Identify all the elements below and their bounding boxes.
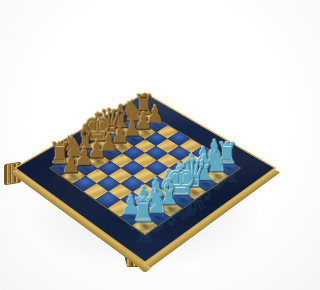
bronze-pawn-icon[interactable]: ♟ [54,151,88,176]
chess-set-product-photo: ♜♟♟♜♞♟♟♞♝♟♟♝♛♟♟♛♚♟♟♚♝♟♟♝♞♟♟♞♜♟♟♜♜♟♟♜♞♟♟♞… [0,0,290,290]
perspective-wrapper: ♜♟♟♜♞♟♟♞♝♟♟♝♛♟♟♛♚♟♟♚♝♟♟♝♞♟♟♞♜♟♟♜♜♟♟♜♞♟♟♞… [0,0,290,290]
patina-rook-icon[interactable]: ♜ [125,194,162,226]
board-frame: ♜♟♟♜♞♟♟♞♝♟♟♝♛♟♟♛♚♟♟♚♝♟♟♝♞♟♟♞♜♟♟♜♜♟♟♜♞♟♟♞… [13,92,276,263]
chessboard-3d: ♜♟♟♜♞♟♟♞♝♟♟♝♛♟♟♛♚♟♟♚♝♟♟♝♞♟♟♞♜♟♟♜♜♟♟♜♞♟♟♞… [13,92,276,263]
